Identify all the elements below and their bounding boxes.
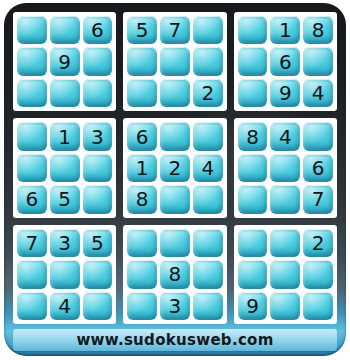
cell-r9c7[interactable]: 9 (238, 292, 268, 320)
box-6: 8467 (234, 118, 337, 217)
cell-r6c7[interactable] (238, 185, 268, 213)
cell-r4c3[interactable]: 3 (83, 122, 113, 150)
cell-r3c5[interactable] (160, 79, 190, 107)
cell-r3c2[interactable] (50, 79, 80, 107)
cell-r1c4[interactable]: 5 (127, 16, 157, 44)
cell-r5c8[interactable] (270, 154, 300, 182)
cell-r1c9[interactable]: 8 (303, 16, 333, 44)
cell-r6c5[interactable] (160, 185, 190, 213)
box-8: 83 (123, 225, 226, 324)
cell-r5c1[interactable] (17, 154, 47, 182)
cell-r2c4[interactable] (127, 47, 157, 75)
cell-r6c4[interactable]: 8 (127, 185, 157, 213)
cell-r7c1[interactable]: 7 (17, 229, 47, 257)
box-7: 7354 (13, 225, 116, 324)
cell-r7c6[interactable] (193, 229, 223, 257)
cell-r2c9[interactable] (303, 47, 333, 75)
cell-r4c7[interactable]: 8 (238, 122, 268, 150)
cell-r4c2[interactable]: 1 (50, 122, 80, 150)
cell-r4c9[interactable] (303, 122, 333, 150)
board-frame: 6957218694136561248846773548329 www.sudo… (4, 3, 346, 356)
cell-r9c5[interactable]: 3 (160, 292, 190, 320)
cell-r7c9[interactable]: 2 (303, 229, 333, 257)
cell-r9c3[interactable] (83, 292, 113, 320)
cell-r9c4[interactable] (127, 292, 157, 320)
box-2: 572 (123, 12, 226, 111)
cell-r4c5[interactable] (160, 122, 190, 150)
cell-r1c1[interactable] (17, 16, 47, 44)
cell-r2c2[interactable]: 9 (50, 47, 80, 75)
cell-r1c8[interactable]: 1 (270, 16, 300, 44)
cell-r3c6[interactable]: 2 (193, 79, 223, 107)
cell-r8c4[interactable] (127, 260, 157, 288)
cell-r9c9[interactable] (303, 292, 333, 320)
cell-r6c3[interactable] (83, 185, 113, 213)
cell-r9c8[interactable] (270, 292, 300, 320)
cell-r2c8[interactable]: 6 (270, 47, 300, 75)
cell-r4c8[interactable]: 4 (270, 122, 300, 150)
cell-r4c4[interactable]: 6 (127, 122, 157, 150)
box-3: 18694 (234, 12, 337, 111)
cell-r8c9[interactable] (303, 260, 333, 288)
cell-r6c6[interactable] (193, 185, 223, 213)
cell-r6c9[interactable]: 7 (303, 185, 333, 213)
cell-r3c3[interactable] (83, 79, 113, 107)
site-url-bar: www.sudokusweb.com (13, 329, 337, 351)
cell-r2c1[interactable] (17, 47, 47, 75)
cell-r4c6[interactable] (193, 122, 223, 150)
cell-r8c3[interactable] (83, 260, 113, 288)
cell-r7c7[interactable] (238, 229, 268, 257)
cell-r3c9[interactable]: 4 (303, 79, 333, 107)
box-9: 29 (234, 225, 337, 324)
cell-r9c1[interactable] (17, 292, 47, 320)
cell-r2c6[interactable] (193, 47, 223, 75)
cell-r1c3[interactable]: 6 (83, 16, 113, 44)
cell-r3c8[interactable]: 9 (270, 79, 300, 107)
cell-r5c4[interactable]: 1 (127, 154, 157, 182)
cell-r5c7[interactable] (238, 154, 268, 182)
cell-r1c5[interactable]: 7 (160, 16, 190, 44)
box-5: 61248 (123, 118, 226, 217)
cell-r5c5[interactable]: 2 (160, 154, 190, 182)
cell-r7c2[interactable]: 3 (50, 229, 80, 257)
cell-r6c8[interactable] (270, 185, 300, 213)
cell-r2c5[interactable] (160, 47, 190, 75)
cell-r8c8[interactable] (270, 260, 300, 288)
cell-r9c6[interactable] (193, 292, 223, 320)
cell-r6c1[interactable]: 6 (17, 185, 47, 213)
cell-r7c4[interactable] (127, 229, 157, 257)
cell-r5c2[interactable] (50, 154, 80, 182)
cell-r1c6[interactable] (193, 16, 223, 44)
cell-r3c7[interactable] (238, 79, 268, 107)
cell-r1c7[interactable] (238, 16, 268, 44)
cell-r8c5[interactable]: 8 (160, 260, 190, 288)
cell-r3c1[interactable] (17, 79, 47, 107)
cell-r5c9[interactable]: 6 (303, 154, 333, 182)
sudoku-board: 6957218694136561248846773548329 (13, 12, 337, 324)
cell-r7c5[interactable] (160, 229, 190, 257)
sudoku-widget: 6957218694136561248846773548329 www.sudo… (0, 0, 350, 360)
cell-r6c2[interactable]: 5 (50, 185, 80, 213)
cell-r8c2[interactable] (50, 260, 80, 288)
cell-r4c1[interactable] (17, 122, 47, 150)
cell-r8c1[interactable] (17, 260, 47, 288)
cell-r7c8[interactable] (270, 229, 300, 257)
cell-r5c3[interactable] (83, 154, 113, 182)
box-1: 69 (13, 12, 116, 111)
cell-r3c4[interactable] (127, 79, 157, 107)
cell-r2c3[interactable] (83, 47, 113, 75)
cell-r5c6[interactable]: 4 (193, 154, 223, 182)
cell-r1c2[interactable] (50, 16, 80, 44)
cell-r8c7[interactable] (238, 260, 268, 288)
cell-r8c6[interactable] (193, 260, 223, 288)
cell-r7c3[interactable]: 5 (83, 229, 113, 257)
box-4: 1365 (13, 118, 116, 217)
cell-r2c7[interactable] (238, 47, 268, 75)
cell-r9c2[interactable]: 4 (50, 292, 80, 320)
site-url: www.sudokusweb.com (76, 331, 273, 349)
